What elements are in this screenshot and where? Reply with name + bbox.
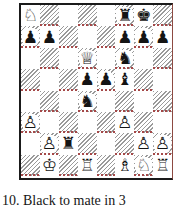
- square-b4[interactable]: [40, 91, 59, 112]
- white-knight: ♘: [21, 5, 40, 26]
- white-pawn: ♙: [21, 112, 40, 133]
- white-pawn: ♙: [115, 112, 134, 133]
- white-knight: ♘: [134, 155, 153, 176]
- square-a8[interactable]: ♘: [21, 5, 40, 26]
- square-h4[interactable]: [153, 91, 172, 112]
- black-rook: ♜: [115, 5, 134, 26]
- square-c3[interactable]: [59, 112, 78, 133]
- black-pawn: ♟: [40, 26, 59, 47]
- square-h5[interactable]: [153, 69, 172, 90]
- square-f4[interactable]: [115, 91, 134, 112]
- square-e2[interactable]: [97, 133, 116, 154]
- square-e8[interactable]: [97, 5, 116, 26]
- square-h8[interactable]: [153, 5, 172, 26]
- square-h7[interactable]: ♟: [153, 26, 172, 47]
- square-g4[interactable]: [134, 91, 153, 112]
- square-h3[interactable]: [153, 112, 172, 133]
- square-f7[interactable]: ♟: [115, 26, 134, 47]
- black-pawn: ♟: [153, 26, 172, 47]
- square-d4[interactable]: ♞: [78, 91, 97, 112]
- square-f6[interactable]: ♞: [115, 48, 134, 69]
- black-pawn: ♟: [134, 26, 153, 47]
- square-h2[interactable]: ♙: [153, 133, 172, 154]
- white-rook: ♖: [153, 155, 172, 176]
- square-h6[interactable]: [153, 48, 172, 69]
- square-f2[interactable]: [115, 133, 134, 154]
- black-pawn: ♟: [78, 69, 97, 90]
- chess-board-frame: ♘♜♚♟♟♟♟♟♕♞♟♟♝♞♙♙♙♜♙♙♔♖♗♘♖: [19, 3, 173, 180]
- square-g6[interactable]: [134, 48, 153, 69]
- square-e6[interactable]: [97, 48, 116, 69]
- square-b1[interactable]: ♔: [40, 155, 59, 176]
- square-f8[interactable]: ♜: [115, 5, 134, 26]
- square-a7[interactable]: ♟: [21, 26, 40, 47]
- square-b8[interactable]: [40, 5, 59, 26]
- black-pawn: ♟: [21, 26, 40, 47]
- square-f3[interactable]: ♙: [115, 112, 134, 133]
- black-king: ♚: [134, 5, 153, 26]
- square-g3[interactable]: [134, 112, 153, 133]
- square-a5[interactable]: [21, 69, 40, 90]
- square-g8[interactable]: ♚: [134, 5, 153, 26]
- square-a2[interactable]: [21, 133, 40, 154]
- square-g7[interactable]: ♟: [134, 26, 153, 47]
- white-queen: ♕: [78, 48, 97, 69]
- white-rook: ♖: [78, 155, 97, 176]
- square-g5[interactable]: [134, 69, 153, 90]
- white-pawn: ♙: [134, 133, 153, 154]
- square-c1[interactable]: [59, 155, 78, 176]
- black-knight: ♞: [78, 91, 97, 112]
- square-c5[interactable]: [59, 69, 78, 90]
- white-king: ♔: [40, 155, 59, 176]
- square-d7[interactable]: [78, 26, 97, 47]
- square-d1[interactable]: ♖: [78, 155, 97, 176]
- square-c8[interactable]: [59, 5, 78, 26]
- square-h1[interactable]: ♖: [153, 155, 172, 176]
- square-e5[interactable]: ♟: [97, 69, 116, 90]
- black-pawn: ♟: [115, 26, 134, 47]
- square-c7[interactable]: [59, 26, 78, 47]
- square-a3[interactable]: ♙: [21, 112, 40, 133]
- square-d2[interactable]: [78, 133, 97, 154]
- square-b2[interactable]: ♙: [40, 133, 59, 154]
- white-pawn: ♙: [153, 133, 172, 154]
- black-bishop: ♝: [115, 69, 134, 90]
- chess-board: ♘♜♚♟♟♟♟♟♕♞♟♟♝♞♙♙♙♜♙♙♔♖♗♘♖: [21, 5, 172, 176]
- square-e3[interactable]: [97, 112, 116, 133]
- black-pawn: ♟: [97, 69, 116, 90]
- square-e4[interactable]: [97, 91, 116, 112]
- square-b3[interactable]: [40, 112, 59, 133]
- diagram-caption: 10. Black to mate in 3: [2, 193, 126, 209]
- white-bishop: ♗: [115, 155, 134, 176]
- square-g2[interactable]: ♙: [134, 133, 153, 154]
- square-d6[interactable]: ♕: [78, 48, 97, 69]
- white-pawn: ♙: [40, 133, 59, 154]
- square-e7[interactable]: [97, 26, 116, 47]
- black-knight: ♞: [115, 48, 134, 69]
- square-a1[interactable]: [21, 155, 40, 176]
- square-d5[interactable]: ♟: [78, 69, 97, 90]
- square-b6[interactable]: [40, 48, 59, 69]
- square-d3[interactable]: [78, 112, 97, 133]
- black-rook: ♜: [59, 133, 78, 154]
- square-f1[interactable]: ♗: [115, 155, 134, 176]
- square-c2[interactable]: ♜: [59, 133, 78, 154]
- square-f5[interactable]: ♝: [115, 69, 134, 90]
- square-a6[interactable]: [21, 48, 40, 69]
- square-d8[interactable]: [78, 5, 97, 26]
- square-c6[interactable]: [59, 48, 78, 69]
- square-b5[interactable]: [40, 69, 59, 90]
- square-a4[interactable]: [21, 91, 40, 112]
- square-g1[interactable]: ♘: [134, 155, 153, 176]
- square-c4[interactable]: [59, 91, 78, 112]
- square-e1[interactable]: [97, 155, 116, 176]
- square-b7[interactable]: ♟: [40, 26, 59, 47]
